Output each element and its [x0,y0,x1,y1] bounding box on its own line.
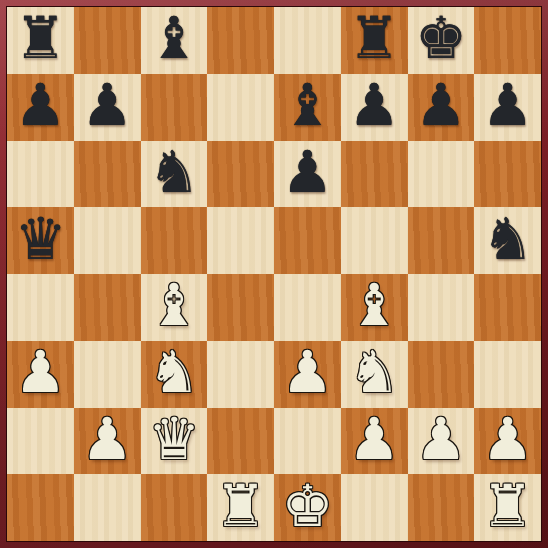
square-c6[interactable]: ♞ [141,141,208,208]
square-c4[interactable]: ♝ [141,274,208,341]
white-knight[interactable]: ♞ [148,343,200,401]
white-bishop[interactable]: ♝ [148,276,200,334]
square-d4[interactable] [207,274,274,341]
square-d8[interactable] [207,7,274,74]
square-g7[interactable]: ♟ [408,74,475,141]
square-b2[interactable]: ♟ [74,408,141,475]
square-a8[interactable]: ♜ [7,7,74,74]
black-pawn[interactable]: ♟ [14,76,66,134]
square-a6[interactable] [7,141,74,208]
square-d3[interactable] [207,341,274,408]
square-b3[interactable] [74,341,141,408]
square-e2[interactable] [274,408,341,475]
square-g2[interactable]: ♟ [408,408,475,475]
black-rook[interactable]: ♜ [14,9,66,67]
square-h3[interactable] [474,341,541,408]
square-d7[interactable] [207,74,274,141]
square-a3[interactable]: ♟ [7,341,74,408]
black-pawn[interactable]: ♟ [415,76,467,134]
square-b7[interactable]: ♟ [74,74,141,141]
black-rook[interactable]: ♜ [348,9,400,67]
chess-board: ♜♝♜♚♟♟♝♟♟♟♞♟♛♞♝♝♟♞♟♞♟♛♟♟♟♜♚♜ [6,6,542,542]
square-b4[interactable] [74,274,141,341]
square-b6[interactable] [74,141,141,208]
square-d2[interactable] [207,408,274,475]
black-pawn[interactable]: ♟ [482,76,534,134]
square-c5[interactable] [141,207,208,274]
square-d5[interactable] [207,207,274,274]
square-e8[interactable] [274,7,341,74]
square-e7[interactable]: ♝ [274,74,341,141]
white-pawn[interactable]: ♟ [81,410,133,468]
square-f3[interactable]: ♞ [341,341,408,408]
square-a5[interactable]: ♛ [7,207,74,274]
black-bishop[interactable]: ♝ [148,9,200,67]
square-h7[interactable]: ♟ [474,74,541,141]
white-pawn[interactable]: ♟ [348,410,400,468]
square-c8[interactable]: ♝ [141,7,208,74]
square-f1[interactable] [341,474,408,541]
white-pawn[interactable]: ♟ [482,410,534,468]
square-b8[interactable] [74,7,141,74]
white-knight[interactable]: ♞ [348,343,400,401]
square-h6[interactable] [474,141,541,208]
square-h4[interactable] [474,274,541,341]
square-f8[interactable]: ♜ [341,7,408,74]
chess-board-frame: ♜♝♜♚♟♟♝♟♟♟♞♟♛♞♝♝♟♞♟♞♟♛♟♟♟♜♚♜ [0,0,548,548]
square-e3[interactable]: ♟ [274,341,341,408]
square-b1[interactable] [74,474,141,541]
square-a7[interactable]: ♟ [7,74,74,141]
square-a2[interactable] [7,408,74,475]
square-f5[interactable] [341,207,408,274]
black-pawn[interactable]: ♟ [348,76,400,134]
square-g4[interactable] [408,274,475,341]
black-bishop[interactable]: ♝ [281,76,333,134]
square-h8[interactable] [474,7,541,74]
square-g3[interactable] [408,341,475,408]
black-king[interactable]: ♚ [415,9,467,67]
square-g5[interactable] [408,207,475,274]
square-h5[interactable]: ♞ [474,207,541,274]
white-rook[interactable]: ♜ [482,477,534,535]
white-rook[interactable]: ♜ [215,477,267,535]
white-bishop[interactable]: ♝ [348,276,400,334]
black-queen[interactable]: ♛ [14,210,66,268]
square-e6[interactable]: ♟ [274,141,341,208]
square-c3[interactable]: ♞ [141,341,208,408]
square-d6[interactable] [207,141,274,208]
white-pawn[interactable]: ♟ [14,343,66,401]
white-king[interactable]: ♚ [281,477,333,535]
square-b5[interactable] [74,207,141,274]
black-knight[interactable]: ♞ [148,143,200,201]
square-f4[interactable]: ♝ [341,274,408,341]
black-pawn[interactable]: ♟ [281,143,333,201]
square-a1[interactable] [7,474,74,541]
white-pawn[interactable]: ♟ [281,343,333,401]
square-e4[interactable] [274,274,341,341]
square-g6[interactable] [408,141,475,208]
square-c1[interactable] [141,474,208,541]
square-g1[interactable] [408,474,475,541]
square-h1[interactable]: ♜ [474,474,541,541]
square-g8[interactable]: ♚ [408,7,475,74]
square-d1[interactable]: ♜ [207,474,274,541]
square-e1[interactable]: ♚ [274,474,341,541]
white-queen[interactable]: ♛ [148,410,200,468]
square-a4[interactable] [7,274,74,341]
square-c7[interactable] [141,74,208,141]
square-e5[interactable] [274,207,341,274]
square-h2[interactable]: ♟ [474,408,541,475]
black-knight[interactable]: ♞ [482,210,534,268]
square-f2[interactable]: ♟ [341,408,408,475]
black-pawn[interactable]: ♟ [81,76,133,134]
white-pawn[interactable]: ♟ [415,410,467,468]
square-c2[interactable]: ♛ [141,408,208,475]
square-f7[interactable]: ♟ [341,74,408,141]
square-f6[interactable] [341,141,408,208]
